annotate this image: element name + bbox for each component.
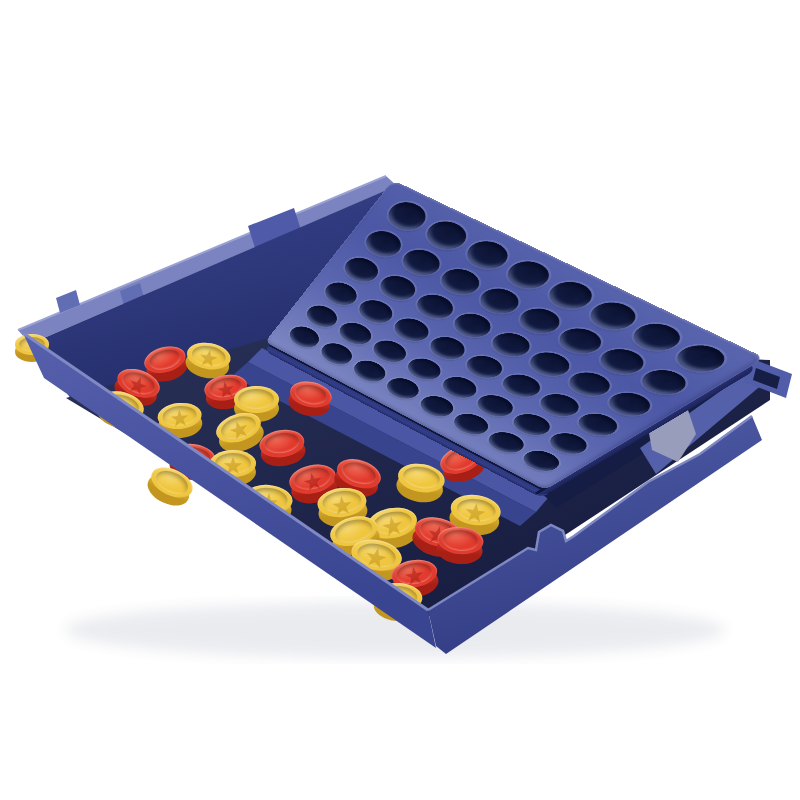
product-photo: ★★★★★★★★★★★★★★★★ [0,0,800,800]
board-hole-r5c6 [472,391,520,420]
board-hole-r4c6 [497,370,547,401]
board-hole-r6c1 [285,323,324,352]
board-hole-r5c4 [402,354,447,384]
board-hole-r6c4 [382,374,424,402]
board-hole-r6c8 [518,447,566,475]
board-hole-r4c5 [460,351,509,382]
board-hole-r2c1 [360,226,407,261]
board-hole-r3c8 [602,388,659,420]
board-hole-r1c2 [421,217,473,254]
board-hole-r1c4 [501,256,557,293]
board-hole-r3c2 [375,271,421,304]
board-hole-r1c8 [669,340,734,376]
board-hole-r6c6 [449,410,494,438]
board-hole-r4c8 [571,409,625,439]
board-hole-r3c3 [411,290,459,323]
board-hole-r6c7 [483,428,530,456]
board-hole-r4c3 [389,314,435,345]
board-hole-r1c1 [382,197,432,234]
board-hole-r3c7 [562,368,617,400]
board-hole-r1c5 [542,277,600,313]
board-hole-r1c7 [626,319,688,355]
board-hole-r2c4 [473,284,526,319]
board-hole-r5c1 [302,301,342,331]
board-hole-r2c6 [552,324,609,358]
board-hole-r3c5 [485,328,537,361]
board-hole-r1c6 [584,298,644,334]
board-hole-r3c1 [339,253,384,286]
board-hole-r5c7 [507,410,556,439]
board-hole-r2c7 [593,344,652,378]
board-hole-r4c4 [424,332,471,363]
board-hole-r4c7 [534,390,586,421]
board-hole-r2c5 [513,304,568,338]
board-hole-r4c2 [354,296,398,327]
board-hole-r2c3 [435,264,486,299]
board-hole-r3c6 [524,348,577,380]
board-hole-r6c5 [415,392,459,420]
board-hole-r5c3 [368,336,411,366]
board-hole-r6c2 [317,340,357,368]
board-hole-r4c1 [320,278,363,309]
board-hole-r5c2 [335,318,377,348]
board-hole-r6c3 [349,357,390,385]
board-hole-r5c8 [544,429,595,458]
board-hole-r5c5 [437,372,483,401]
board-hole-r2c8 [634,365,695,399]
board-hole-r1c3 [461,236,515,273]
board-hole-r3c4 [448,309,498,342]
board-hole-r2c2 [397,245,446,280]
